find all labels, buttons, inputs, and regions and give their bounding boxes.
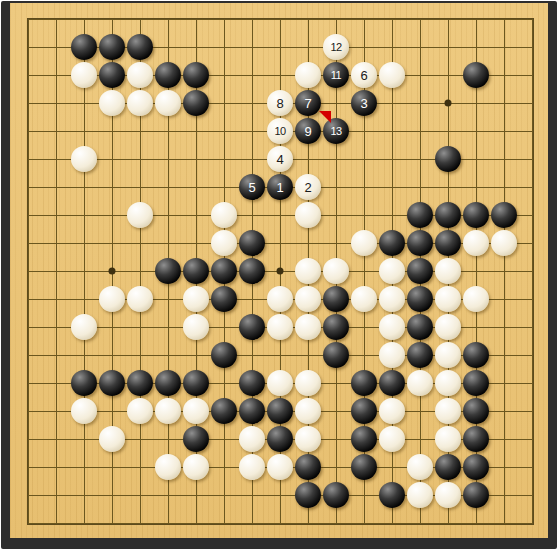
intersection-e7[interactable]: [126, 341, 154, 369]
white-stone[interactable]: [99, 426, 125, 452]
intersection-s6[interactable]: [518, 369, 546, 397]
intersection-h3[interactable]: [210, 453, 238, 481]
intersection-i7[interactable]: [238, 341, 266, 369]
white-stone[interactable]: [267, 314, 293, 340]
intersection-e15[interactable]: [126, 117, 154, 145]
intersection-d15[interactable]: [98, 117, 126, 145]
intersection-q4[interactable]: [462, 425, 490, 453]
white-stone[interactable]: [295, 62, 321, 88]
intersection-n10[interactable]: [378, 257, 406, 285]
intersection-s12[interactable]: [518, 201, 546, 229]
black-stone[interactable]: [323, 286, 349, 312]
intersection-p4[interactable]: [434, 425, 462, 453]
intersection-c8[interactable]: [70, 313, 98, 341]
intersection-a18[interactable]: [14, 33, 42, 61]
intersection-e16[interactable]: [126, 89, 154, 117]
intersection-j8[interactable]: [266, 313, 294, 341]
black-stone[interactable]: [211, 342, 237, 368]
intersection-s4[interactable]: [518, 425, 546, 453]
intersection-g10[interactable]: [182, 257, 210, 285]
go-board[interactable]: 12116873109134512: [10, 3, 548, 538]
intersection-q19[interactable]: [462, 5, 490, 33]
black-stone[interactable]: [407, 258, 433, 284]
intersection-m12[interactable]: [350, 201, 378, 229]
black-stone[interactable]: [295, 482, 321, 508]
intersection-c17[interactable]: [70, 61, 98, 89]
intersection-i15[interactable]: [238, 117, 266, 145]
intersection-r3[interactable]: [490, 453, 518, 481]
intersection-o4[interactable]: [406, 425, 434, 453]
intersection-r17[interactable]: [490, 61, 518, 89]
intersection-k7[interactable]: [294, 341, 322, 369]
intersection-h17[interactable]: [210, 61, 238, 89]
intersection-j2[interactable]: [266, 481, 294, 509]
intersection-a1[interactable]: [14, 509, 42, 537]
intersection-d16[interactable]: [98, 89, 126, 117]
intersection-l12[interactable]: [322, 201, 350, 229]
black-stone[interactable]: [379, 230, 405, 256]
intersection-b9[interactable]: [42, 285, 70, 313]
intersection-f8[interactable]: [154, 313, 182, 341]
intersection-m4[interactable]: [350, 425, 378, 453]
intersection-a9[interactable]: [14, 285, 42, 313]
intersection-p5[interactable]: [434, 397, 462, 425]
black-stone[interactable]: [239, 314, 265, 340]
intersection-c13[interactable]: [70, 173, 98, 201]
intersection-k6[interactable]: [294, 369, 322, 397]
intersection-k15[interactable]: 9: [294, 117, 322, 145]
intersection-c9[interactable]: [70, 285, 98, 313]
white-stone[interactable]: [211, 202, 237, 228]
black-stone[interactable]: [295, 454, 321, 480]
intersection-q9[interactable]: [462, 285, 490, 313]
intersection-i9[interactable]: [238, 285, 266, 313]
intersection-b4[interactable]: [42, 425, 70, 453]
intersection-g3[interactable]: [182, 453, 210, 481]
black-stone[interactable]: 13: [323, 118, 349, 144]
intersection-c15[interactable]: [70, 117, 98, 145]
intersection-i19[interactable]: [238, 5, 266, 33]
black-stone[interactable]: [407, 342, 433, 368]
intersection-b13[interactable]: [42, 173, 70, 201]
intersection-k2[interactable]: [294, 481, 322, 509]
intersection-f18[interactable]: [154, 33, 182, 61]
white-stone[interactable]: [71, 62, 97, 88]
intersection-c11[interactable]: [70, 229, 98, 257]
intersection-k10[interactable]: [294, 257, 322, 285]
intersection-i10[interactable]: [238, 257, 266, 285]
intersection-s2[interactable]: [518, 481, 546, 509]
white-stone[interactable]: [295, 426, 321, 452]
intersection-c14[interactable]: [70, 145, 98, 173]
intersection-e5[interactable]: [126, 397, 154, 425]
intersection-b1[interactable]: [42, 509, 70, 537]
intersection-a11[interactable]: [14, 229, 42, 257]
intersection-m10[interactable]: [350, 257, 378, 285]
intersection-h4[interactable]: [210, 425, 238, 453]
intersection-h8[interactable]: [210, 313, 238, 341]
intersection-d5[interactable]: [98, 397, 126, 425]
intersection-o19[interactable]: [406, 5, 434, 33]
intersection-h13[interactable]: [210, 173, 238, 201]
intersection-o18[interactable]: [406, 33, 434, 61]
intersection-g19[interactable]: [182, 5, 210, 33]
intersection-d14[interactable]: [98, 145, 126, 173]
black-stone[interactable]: [155, 258, 181, 284]
black-stone[interactable]: [463, 62, 489, 88]
intersection-g9[interactable]: [182, 285, 210, 313]
intersection-k11[interactable]: [294, 229, 322, 257]
intersection-s16[interactable]: [518, 89, 546, 117]
white-stone[interactable]: [239, 454, 265, 480]
white-stone[interactable]: [127, 286, 153, 312]
intersection-o8[interactable]: [406, 313, 434, 341]
intersection-h6[interactable]: [210, 369, 238, 397]
white-stone[interactable]: [407, 454, 433, 480]
intersection-n2[interactable]: [378, 481, 406, 509]
black-stone[interactable]: [463, 370, 489, 396]
intersection-g13[interactable]: [182, 173, 210, 201]
white-stone[interactable]: [435, 314, 461, 340]
white-stone[interactable]: [435, 342, 461, 368]
white-stone[interactable]: [155, 454, 181, 480]
intersection-o17[interactable]: [406, 61, 434, 89]
intersection-h12[interactable]: [210, 201, 238, 229]
intersection-r2[interactable]: [490, 481, 518, 509]
intersection-k13[interactable]: 2: [294, 173, 322, 201]
white-stone[interactable]: [407, 482, 433, 508]
intersection-l10[interactable]: [322, 257, 350, 285]
intersection-j10[interactable]: [266, 257, 294, 285]
intersection-i5[interactable]: [238, 397, 266, 425]
intersection-f11[interactable]: [154, 229, 182, 257]
intersection-r5[interactable]: [490, 397, 518, 425]
intersection-m7[interactable]: [350, 341, 378, 369]
intersection-j3[interactable]: [266, 453, 294, 481]
intersection-r7[interactable]: [490, 341, 518, 369]
intersection-l18[interactable]: 12: [322, 33, 350, 61]
intersection-a10[interactable]: [14, 257, 42, 285]
intersection-p19[interactable]: [434, 5, 462, 33]
intersection-c1[interactable]: [70, 509, 98, 537]
intersection-h5[interactable]: [210, 397, 238, 425]
intersection-f2[interactable]: [154, 481, 182, 509]
intersection-d6[interactable]: [98, 369, 126, 397]
intersection-n1[interactable]: [378, 509, 406, 537]
intersection-s13[interactable]: [518, 173, 546, 201]
intersection-a8[interactable]: [14, 313, 42, 341]
black-stone[interactable]: [99, 34, 125, 60]
black-stone[interactable]: [435, 202, 461, 228]
black-stone[interactable]: [463, 426, 489, 452]
intersection-b7[interactable]: [42, 341, 70, 369]
intersection-p14[interactable]: [434, 145, 462, 173]
black-stone[interactable]: 11: [323, 62, 349, 88]
intersection-f13[interactable]: [154, 173, 182, 201]
intersection-n6[interactable]: [378, 369, 406, 397]
intersection-s7[interactable]: [518, 341, 546, 369]
intersection-l7[interactable]: [322, 341, 350, 369]
intersection-q18[interactable]: [462, 33, 490, 61]
intersection-h11[interactable]: [210, 229, 238, 257]
intersection-c18[interactable]: [70, 33, 98, 61]
black-stone[interactable]: [407, 286, 433, 312]
black-stone[interactable]: [323, 342, 349, 368]
intersection-c7[interactable]: [70, 341, 98, 369]
intersection-l19[interactable]: [322, 5, 350, 33]
intersection-b2[interactable]: [42, 481, 70, 509]
intersection-l14[interactable]: [322, 145, 350, 173]
intersection-n13[interactable]: [378, 173, 406, 201]
intersection-i17[interactable]: [238, 61, 266, 89]
white-stone[interactable]: [295, 286, 321, 312]
black-stone[interactable]: [239, 370, 265, 396]
white-stone[interactable]: 12: [323, 34, 349, 60]
intersection-g17[interactable]: [182, 61, 210, 89]
intersection-n8[interactable]: [378, 313, 406, 341]
intersection-q11[interactable]: [462, 229, 490, 257]
intersection-e10[interactable]: [126, 257, 154, 285]
intersection-n12[interactable]: [378, 201, 406, 229]
intersection-m18[interactable]: [350, 33, 378, 61]
intersection-e3[interactable]: [126, 453, 154, 481]
white-stone[interactable]: [155, 90, 181, 116]
intersection-e9[interactable]: [126, 285, 154, 313]
intersection-q10[interactable]: [462, 257, 490, 285]
intersection-k8[interactable]: [294, 313, 322, 341]
intersection-p12[interactable]: [434, 201, 462, 229]
white-stone[interactable]: [183, 314, 209, 340]
white-stone[interactable]: [379, 314, 405, 340]
intersection-d7[interactable]: [98, 341, 126, 369]
intersection-a13[interactable]: [14, 173, 42, 201]
intersection-f15[interactable]: [154, 117, 182, 145]
intersection-r1[interactable]: [490, 509, 518, 537]
intersection-g18[interactable]: [182, 33, 210, 61]
intersection-m11[interactable]: [350, 229, 378, 257]
intersection-o1[interactable]: [406, 509, 434, 537]
intersection-o6[interactable]: [406, 369, 434, 397]
white-stone[interactable]: [211, 230, 237, 256]
white-stone[interactable]: [155, 398, 181, 424]
intersection-r10[interactable]: [490, 257, 518, 285]
black-stone[interactable]: [323, 482, 349, 508]
intersection-j16[interactable]: 8: [266, 89, 294, 117]
intersection-j6[interactable]: [266, 369, 294, 397]
intersection-n16[interactable]: [378, 89, 406, 117]
white-stone[interactable]: [463, 230, 489, 256]
intersection-h2[interactable]: [210, 481, 238, 509]
intersection-j17[interactable]: [266, 61, 294, 89]
intersection-c10[interactable]: [70, 257, 98, 285]
intersection-d11[interactable]: [98, 229, 126, 257]
black-stone[interactable]: [211, 286, 237, 312]
intersection-f9[interactable]: [154, 285, 182, 313]
intersection-q17[interactable]: [462, 61, 490, 89]
black-stone[interactable]: [267, 398, 293, 424]
intersection-k12[interactable]: [294, 201, 322, 229]
intersection-e4[interactable]: [126, 425, 154, 453]
white-stone[interactable]: [127, 202, 153, 228]
intersection-c4[interactable]: [70, 425, 98, 453]
intersection-l8[interactable]: [322, 313, 350, 341]
intersection-i13[interactable]: 5: [238, 173, 266, 201]
intersection-g8[interactable]: [182, 313, 210, 341]
intersection-m17[interactable]: 6: [350, 61, 378, 89]
intersection-i1[interactable]: [238, 509, 266, 537]
intersection-r8[interactable]: [490, 313, 518, 341]
white-stone[interactable]: 10: [267, 118, 293, 144]
black-stone[interactable]: [379, 370, 405, 396]
intersection-e2[interactable]: [126, 481, 154, 509]
intersection-p13[interactable]: [434, 173, 462, 201]
white-stone[interactable]: [71, 314, 97, 340]
white-stone[interactable]: 6: [351, 62, 377, 88]
intersection-f12[interactable]: [154, 201, 182, 229]
white-stone[interactable]: [351, 286, 377, 312]
intersection-r13[interactable]: [490, 173, 518, 201]
intersection-c5[interactable]: [70, 397, 98, 425]
intersection-p9[interactable]: [434, 285, 462, 313]
white-stone[interactable]: [127, 398, 153, 424]
intersection-q7[interactable]: [462, 341, 490, 369]
intersection-l5[interactable]: [322, 397, 350, 425]
intersection-h1[interactable]: [210, 509, 238, 537]
intersection-j1[interactable]: [266, 509, 294, 537]
black-stone[interactable]: [463, 202, 489, 228]
black-stone[interactable]: [127, 34, 153, 60]
intersection-r11[interactable]: [490, 229, 518, 257]
white-stone[interactable]: [239, 426, 265, 452]
intersection-m8[interactable]: [350, 313, 378, 341]
intersection-o9[interactable]: [406, 285, 434, 313]
intersection-b19[interactable]: [42, 5, 70, 33]
black-stone[interactable]: [239, 230, 265, 256]
intersection-q15[interactable]: [462, 117, 490, 145]
white-stone[interactable]: [435, 482, 461, 508]
intersection-m9[interactable]: [350, 285, 378, 313]
intersection-f1[interactable]: [154, 509, 182, 537]
intersection-b15[interactable]: [42, 117, 70, 145]
intersection-h10[interactable]: [210, 257, 238, 285]
intersection-r18[interactable]: [490, 33, 518, 61]
intersection-a12[interactable]: [14, 201, 42, 229]
intersection-n7[interactable]: [378, 341, 406, 369]
intersection-f4[interactable]: [154, 425, 182, 453]
black-stone[interactable]: [99, 62, 125, 88]
intersection-l6[interactable]: [322, 369, 350, 397]
white-stone[interactable]: [183, 398, 209, 424]
black-stone[interactable]: [211, 398, 237, 424]
intersection-m3[interactable]: [350, 453, 378, 481]
intersection-a16[interactable]: [14, 89, 42, 117]
intersection-a7[interactable]: [14, 341, 42, 369]
black-stone[interactable]: [435, 454, 461, 480]
intersection-i18[interactable]: [238, 33, 266, 61]
black-stone[interactable]: [463, 398, 489, 424]
intersection-q3[interactable]: [462, 453, 490, 481]
white-stone[interactable]: [295, 314, 321, 340]
intersection-f10[interactable]: [154, 257, 182, 285]
white-stone[interactable]: [379, 258, 405, 284]
intersection-p15[interactable]: [434, 117, 462, 145]
intersection-d18[interactable]: [98, 33, 126, 61]
black-stone[interactable]: 3: [351, 90, 377, 116]
intersection-j15[interactable]: 10: [266, 117, 294, 145]
intersection-j19[interactable]: [266, 5, 294, 33]
white-stone[interactable]: [267, 454, 293, 480]
intersection-s8[interactable]: [518, 313, 546, 341]
black-stone[interactable]: 1: [267, 174, 293, 200]
intersection-s15[interactable]: [518, 117, 546, 145]
intersection-e1[interactable]: [126, 509, 154, 537]
intersection-q1[interactable]: [462, 509, 490, 537]
black-stone[interactable]: [463, 342, 489, 368]
intersection-f6[interactable]: [154, 369, 182, 397]
intersection-o15[interactable]: [406, 117, 434, 145]
intersection-i12[interactable]: [238, 201, 266, 229]
intersection-k4[interactable]: [294, 425, 322, 453]
intersection-k1[interactable]: [294, 509, 322, 537]
intersection-i3[interactable]: [238, 453, 266, 481]
intersection-p10[interactable]: [434, 257, 462, 285]
white-stone[interactable]: [295, 258, 321, 284]
intersection-p2[interactable]: [434, 481, 462, 509]
black-stone[interactable]: 5: [239, 174, 265, 200]
intersection-d3[interactable]: [98, 453, 126, 481]
intersection-f17[interactable]: [154, 61, 182, 89]
intersection-o16[interactable]: [406, 89, 434, 117]
intersection-m5[interactable]: [350, 397, 378, 425]
black-stone[interactable]: [323, 314, 349, 340]
white-stone[interactable]: [71, 398, 97, 424]
intersection-s14[interactable]: [518, 145, 546, 173]
intersection-c6[interactable]: [70, 369, 98, 397]
intersection-g11[interactable]: [182, 229, 210, 257]
black-stone[interactable]: [127, 370, 153, 396]
black-stone[interactable]: [155, 62, 181, 88]
black-stone[interactable]: [183, 426, 209, 452]
intersection-s3[interactable]: [518, 453, 546, 481]
intersection-p11[interactable]: [434, 229, 462, 257]
intersection-j13[interactable]: 1: [266, 173, 294, 201]
white-stone[interactable]: [323, 258, 349, 284]
black-stone[interactable]: 7: [295, 90, 321, 116]
intersection-j11[interactable]: [266, 229, 294, 257]
intersection-n17[interactable]: [378, 61, 406, 89]
intersection-r6[interactable]: [490, 369, 518, 397]
intersection-o5[interactable]: [406, 397, 434, 425]
intersection-k18[interactable]: [294, 33, 322, 61]
intersection-l3[interactable]: [322, 453, 350, 481]
intersection-h7[interactable]: [210, 341, 238, 369]
intersection-d19[interactable]: [98, 5, 126, 33]
intersection-b8[interactable]: [42, 313, 70, 341]
intersection-n9[interactable]: [378, 285, 406, 313]
intersection-n5[interactable]: [378, 397, 406, 425]
intersection-r14[interactable]: [490, 145, 518, 173]
intersection-a5[interactable]: [14, 397, 42, 425]
intersection-r16[interactable]: [490, 89, 518, 117]
intersection-d1[interactable]: [98, 509, 126, 537]
intersection-n11[interactable]: [378, 229, 406, 257]
intersection-p3[interactable]: [434, 453, 462, 481]
intersection-o11[interactable]: [406, 229, 434, 257]
intersection-p18[interactable]: [434, 33, 462, 61]
intersection-e13[interactable]: [126, 173, 154, 201]
black-stone[interactable]: [351, 454, 377, 480]
intersection-i6[interactable]: [238, 369, 266, 397]
